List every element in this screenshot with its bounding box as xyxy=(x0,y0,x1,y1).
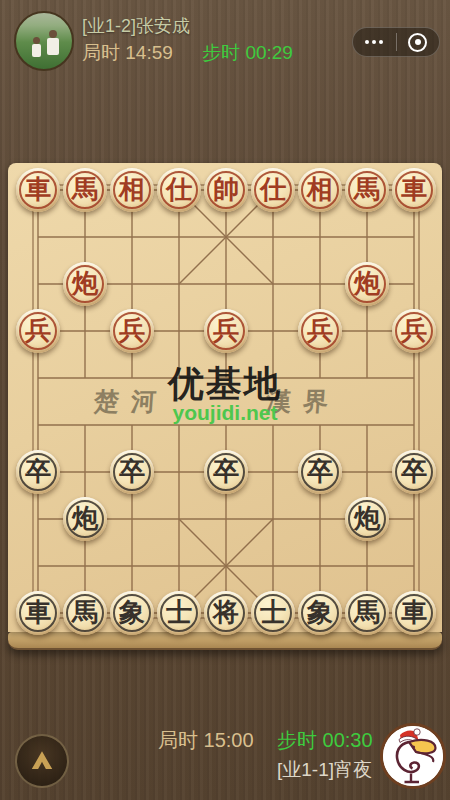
top-clocks: 局时 14:59 步时 00:29 xyxy=(82,40,293,66)
watermark-url: youjidi.net xyxy=(0,401,450,425)
more-dots-icon xyxy=(365,40,369,44)
top-move-clock: 步时 00:29 xyxy=(202,42,293,63)
piece-仕[interactable]: 仕 xyxy=(157,168,201,212)
bottom-move-clock: 步时 00:30 xyxy=(277,727,373,754)
piece-馬[interactable]: 馬 xyxy=(63,168,107,212)
xiangqi-app: { "game": "xiangqi", "position": { "red_… xyxy=(0,0,450,800)
target-circle-icon xyxy=(408,33,427,52)
piece-車[interactable]: 車 xyxy=(16,168,60,212)
piece-卒[interactable]: 卒 xyxy=(16,450,60,494)
piece-馬[interactable]: 馬 xyxy=(63,591,107,635)
piece-象[interactable]: 象 xyxy=(298,591,342,635)
piece-炮[interactable]: 炮 xyxy=(63,497,107,541)
piece-兵[interactable]: 兵 xyxy=(110,309,154,353)
piece-車[interactable]: 車 xyxy=(392,591,436,635)
piece-仕[interactable]: 仕 xyxy=(251,168,295,212)
piece-相[interactable]: 相 xyxy=(298,168,342,212)
miniapp-capsule xyxy=(352,27,440,57)
piece-車[interactable]: 車 xyxy=(16,591,60,635)
piece-車[interactable]: 車 xyxy=(392,168,436,212)
chevron-up-icon xyxy=(28,747,56,775)
bottom-game-clock: 局时 15:00 xyxy=(158,727,254,754)
piece-馬[interactable]: 馬 xyxy=(345,591,389,635)
top-game-clock: 局时 14:59 xyxy=(82,42,173,63)
top-bar: [业1-2]张安成 局时 14:59 步时 00:29 xyxy=(0,0,450,80)
exit-button[interactable] xyxy=(397,28,440,56)
piece-炮[interactable]: 炮 xyxy=(345,262,389,306)
piece-炮[interactable]: 炮 xyxy=(63,262,107,306)
piece-将[interactable]: 将 xyxy=(204,591,248,635)
piece-卒[interactable]: 卒 xyxy=(110,450,154,494)
piece-士[interactable]: 士 xyxy=(251,591,295,635)
piece-士[interactable]: 士 xyxy=(157,591,201,635)
piece-卒[interactable]: 卒 xyxy=(392,450,436,494)
collapse-button[interactable] xyxy=(15,734,69,788)
bottom-player-avatar xyxy=(380,723,446,789)
more-menu-button[interactable] xyxy=(353,28,396,56)
piece-兵[interactable]: 兵 xyxy=(16,309,60,353)
piece-兵[interactable]: 兵 xyxy=(298,309,342,353)
piece-兵[interactable]: 兵 xyxy=(204,309,248,353)
pelican-avatar-image xyxy=(383,726,443,786)
piece-炮[interactable]: 炮 xyxy=(345,497,389,541)
piece-兵[interactable]: 兵 xyxy=(392,309,436,353)
top-player-name: [业1-2]张安成 xyxy=(82,14,190,38)
piece-馬[interactable]: 馬 xyxy=(345,168,389,212)
piece-帥[interactable]: 帥 xyxy=(204,168,248,212)
piece-相[interactable]: 相 xyxy=(110,168,154,212)
piece-卒[interactable]: 卒 xyxy=(298,450,342,494)
piece-象[interactable]: 象 xyxy=(110,591,154,635)
top-player-avatar xyxy=(14,11,74,71)
piece-卒[interactable]: 卒 xyxy=(204,450,248,494)
bottom-player-name: [业1-1]宵夜 xyxy=(277,757,372,783)
